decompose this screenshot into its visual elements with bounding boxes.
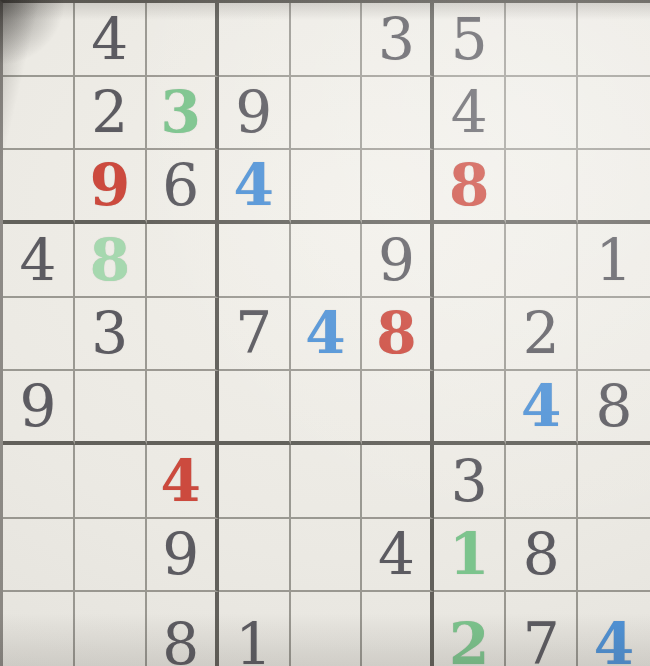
digit-9: 9 bbox=[19, 377, 56, 435]
cell-r2c8[interactable] bbox=[506, 77, 578, 151]
digit-8: 8 bbox=[596, 377, 633, 435]
cell-r2c4[interactable]: 9 bbox=[219, 77, 291, 151]
digit-8: 8 bbox=[449, 156, 489, 214]
cell-r9c4[interactable]: 1 bbox=[219, 592, 291, 666]
digit-4: 4 bbox=[161, 452, 201, 510]
cell-r7c4[interactable] bbox=[219, 445, 291, 519]
digit-1: 1 bbox=[596, 231, 633, 289]
cell-r1c6[interactable]: 3 bbox=[362, 3, 434, 77]
digit-5: 5 bbox=[451, 10, 488, 68]
cell-r7c3[interactable]: 4 bbox=[147, 445, 219, 519]
digit-3: 3 bbox=[378, 10, 415, 68]
cell-r3c7[interactable]: 8 bbox=[434, 150, 506, 224]
digit-2: 2 bbox=[449, 615, 489, 666]
cell-r6c5[interactable] bbox=[291, 371, 363, 445]
cell-r8c5[interactable] bbox=[291, 519, 363, 593]
cell-r7c1[interactable] bbox=[3, 445, 75, 519]
cell-r3c2[interactable]: 9 bbox=[75, 150, 147, 224]
cell-r9c9[interactable]: 4 bbox=[578, 592, 650, 666]
digit-4: 4 bbox=[233, 156, 273, 214]
cell-r1c7[interactable]: 5 bbox=[434, 3, 506, 77]
cell-r2c6[interactable] bbox=[362, 77, 434, 151]
cell-r4c4[interactable] bbox=[219, 224, 291, 298]
cell-r1c5[interactable] bbox=[291, 3, 363, 77]
digit-4: 4 bbox=[594, 615, 634, 666]
cell-r1c9[interactable] bbox=[578, 3, 650, 77]
digit-9: 9 bbox=[162, 525, 199, 583]
digit-3: 3 bbox=[451, 452, 488, 510]
digit-8: 8 bbox=[376, 304, 416, 362]
cell-r7c2[interactable] bbox=[75, 445, 147, 519]
cell-r4c7[interactable] bbox=[434, 224, 506, 298]
digit-2: 2 bbox=[91, 83, 128, 141]
cell-r5c2[interactable]: 3 bbox=[75, 298, 147, 372]
cell-r8c7[interactable]: 1 bbox=[434, 519, 506, 593]
cell-r1c3[interactable] bbox=[147, 3, 219, 77]
cell-r4c3[interactable] bbox=[147, 224, 219, 298]
cell-r4c9[interactable]: 1 bbox=[578, 224, 650, 298]
cell-r7c5[interactable] bbox=[291, 445, 363, 519]
cell-r2c5[interactable] bbox=[291, 77, 363, 151]
digit-7: 7 bbox=[235, 304, 272, 362]
cell-r7c8[interactable] bbox=[506, 445, 578, 519]
cell-r1c4[interactable] bbox=[219, 3, 291, 77]
cell-r2c1[interactable] bbox=[3, 77, 75, 151]
cell-r4c8[interactable] bbox=[506, 224, 578, 298]
digit-4: 4 bbox=[378, 525, 415, 583]
cell-r3c6[interactable] bbox=[362, 150, 434, 224]
cell-r9c1[interactable] bbox=[3, 592, 75, 666]
digit-3: 3 bbox=[91, 304, 128, 362]
cell-r5c7[interactable] bbox=[434, 298, 506, 372]
cell-r1c2[interactable]: 4 bbox=[75, 3, 147, 77]
digit-7: 7 bbox=[523, 615, 560, 666]
cell-r3c8[interactable] bbox=[506, 150, 578, 224]
digit-2: 2 bbox=[523, 304, 560, 362]
cell-r8c9[interactable] bbox=[578, 519, 650, 593]
cell-r6c2[interactable] bbox=[75, 371, 147, 445]
digit-1: 1 bbox=[235, 615, 272, 666]
sudoku-board: 4352394964848913748294843941881274 bbox=[0, 0, 650, 666]
cell-r6c9[interactable]: 8 bbox=[578, 371, 650, 445]
digit-9: 9 bbox=[378, 231, 415, 289]
digit-4: 4 bbox=[451, 83, 488, 141]
digit-8: 8 bbox=[523, 525, 560, 583]
cell-r5c9[interactable] bbox=[578, 298, 650, 372]
sudoku-photo: 4352394964848913748294843941881274 bbox=[0, 0, 650, 666]
cell-r9c3[interactable]: 8 bbox=[147, 592, 219, 666]
cell-r3c3[interactable]: 6 bbox=[147, 150, 219, 224]
cell-r7c6[interactable] bbox=[362, 445, 434, 519]
digit-1: 1 bbox=[449, 525, 489, 583]
cell-r4c1[interactable]: 4 bbox=[3, 224, 75, 298]
cell-r7c7[interactable]: 3 bbox=[434, 445, 506, 519]
cell-r9c5[interactable] bbox=[291, 592, 363, 666]
cell-r6c6[interactable] bbox=[362, 371, 434, 445]
cell-r3c5[interactable] bbox=[291, 150, 363, 224]
cell-r5c1[interactable] bbox=[3, 298, 75, 372]
cell-r9c6[interactable] bbox=[362, 592, 434, 666]
cell-r2c2[interactable]: 2 bbox=[75, 77, 147, 151]
cell-r8c4[interactable] bbox=[219, 519, 291, 593]
digit-9: 9 bbox=[90, 156, 130, 214]
cell-r3c9[interactable] bbox=[578, 150, 650, 224]
cell-r2c3[interactable]: 3 bbox=[147, 77, 219, 151]
digit-8: 8 bbox=[90, 231, 130, 289]
digit-8: 8 bbox=[162, 615, 199, 666]
cell-r2c7[interactable]: 4 bbox=[434, 77, 506, 151]
cell-r4c5[interactable] bbox=[291, 224, 363, 298]
digit-4: 4 bbox=[19, 231, 56, 289]
cell-r5c8[interactable]: 2 bbox=[506, 298, 578, 372]
cell-r6c1[interactable]: 9 bbox=[3, 371, 75, 445]
cell-r4c2[interactable]: 8 bbox=[75, 224, 147, 298]
cell-r5c4[interactable]: 7 bbox=[219, 298, 291, 372]
cell-r9c7[interactable]: 2 bbox=[434, 592, 506, 666]
cell-r5c6[interactable]: 8 bbox=[362, 298, 434, 372]
cell-r3c1[interactable] bbox=[3, 150, 75, 224]
cell-r6c8[interactable]: 4 bbox=[506, 371, 578, 445]
digit-6: 6 bbox=[162, 156, 199, 214]
cell-r4c6[interactable]: 9 bbox=[362, 224, 434, 298]
cell-r6c3[interactable] bbox=[147, 371, 219, 445]
cell-r1c1[interactable] bbox=[3, 3, 75, 77]
cell-r8c2[interactable] bbox=[75, 519, 147, 593]
cell-r6c4[interactable] bbox=[219, 371, 291, 445]
cell-r9c2[interactable] bbox=[75, 592, 147, 666]
digit-4: 4 bbox=[305, 304, 345, 362]
digit-4: 4 bbox=[521, 377, 561, 435]
digit-9: 9 bbox=[235, 83, 272, 141]
cell-r8c8[interactable]: 8 bbox=[506, 519, 578, 593]
cell-r6c7[interactable] bbox=[434, 371, 506, 445]
digit-3: 3 bbox=[161, 83, 201, 141]
cell-r8c1[interactable] bbox=[3, 519, 75, 593]
digit-4: 4 bbox=[91, 10, 128, 68]
cell-r9c8[interactable]: 7 bbox=[506, 592, 578, 666]
cell-r2c9[interactable] bbox=[578, 77, 650, 151]
cell-r3c4[interactable]: 4 bbox=[219, 150, 291, 224]
cell-r5c5[interactable]: 4 bbox=[291, 298, 363, 372]
cell-r1c8[interactable] bbox=[506, 3, 578, 77]
cell-r8c6[interactable]: 4 bbox=[362, 519, 434, 593]
cell-r8c3[interactable]: 9 bbox=[147, 519, 219, 593]
cell-r7c9[interactable] bbox=[578, 445, 650, 519]
cell-r5c3[interactable] bbox=[147, 298, 219, 372]
